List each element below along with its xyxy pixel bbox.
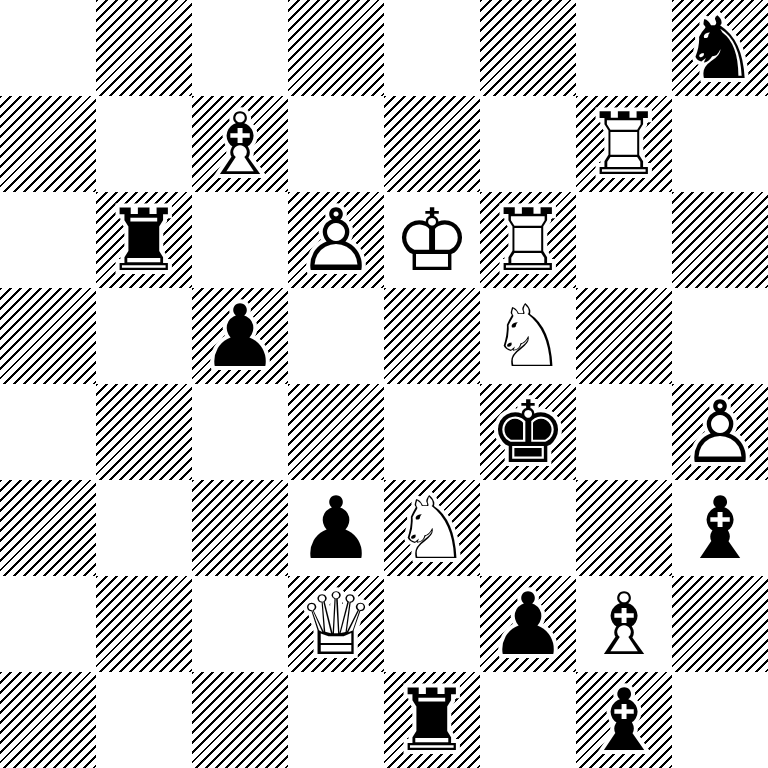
square-c2[interactable] bbox=[192, 576, 288, 672]
piece-white-rook: ♖ bbox=[576, 96, 672, 192]
square-e2[interactable] bbox=[384, 576, 480, 672]
square-d4[interactable] bbox=[288, 384, 384, 480]
square-a5[interactable] bbox=[0, 288, 96, 384]
square-a7[interactable] bbox=[0, 96, 96, 192]
piece-white-pawn: ♙ bbox=[288, 192, 384, 288]
square-a4[interactable] bbox=[0, 384, 96, 480]
square-b6[interactable]: ♜♜ bbox=[96, 192, 192, 288]
piece-black-pawn: ♟ bbox=[288, 480, 384, 576]
square-h8[interactable]: ♞♞ bbox=[672, 0, 768, 96]
piece-halo: ♞ bbox=[384, 480, 480, 576]
square-e8[interactable] bbox=[384, 0, 480, 96]
square-d8[interactable] bbox=[288, 0, 384, 96]
piece-halo: ♝ bbox=[576, 672, 672, 768]
square-h3[interactable]: ♝♝ bbox=[672, 480, 768, 576]
square-g6[interactable] bbox=[576, 192, 672, 288]
square-d1[interactable] bbox=[288, 672, 384, 768]
piece-halo: ♝ bbox=[672, 480, 768, 576]
square-f3[interactable] bbox=[480, 480, 576, 576]
square-e5[interactable] bbox=[384, 288, 480, 384]
square-b3[interactable] bbox=[96, 480, 192, 576]
square-b4[interactable] bbox=[96, 384, 192, 480]
square-e1[interactable]: ♜♜ bbox=[384, 672, 480, 768]
piece-black-pawn: ♟ bbox=[192, 288, 288, 384]
square-e6[interactable]: ♚♔ bbox=[384, 192, 480, 288]
piece-halo: ♝ bbox=[576, 576, 672, 672]
square-c6[interactable] bbox=[192, 192, 288, 288]
piece-white-bishop: ♗ bbox=[576, 576, 672, 672]
square-c8[interactable] bbox=[192, 0, 288, 96]
piece-halo: ♜ bbox=[480, 192, 576, 288]
piece-black-king: ♚ bbox=[480, 384, 576, 480]
square-f6[interactable]: ♜♖ bbox=[480, 192, 576, 288]
square-h5[interactable] bbox=[672, 288, 768, 384]
square-f2[interactable]: ♟♟ bbox=[480, 576, 576, 672]
square-g5[interactable] bbox=[576, 288, 672, 384]
piece-white-bishop: ♗ bbox=[192, 96, 288, 192]
square-a3[interactable] bbox=[0, 480, 96, 576]
square-h6[interactable] bbox=[672, 192, 768, 288]
square-c7[interactable]: ♝♗ bbox=[192, 96, 288, 192]
square-g3[interactable] bbox=[576, 480, 672, 576]
piece-white-queen: ♕ bbox=[288, 576, 384, 672]
chess-board: ♞♞♝♗♜♖♜♜♟♙♚♔♜♖♟♟♞♘♚♚♟♙♟♟♞♘♝♝♛♕♟♟♝♗♜♜♝♝ bbox=[0, 0, 768, 768]
piece-white-knight: ♘ bbox=[384, 480, 480, 576]
square-e3[interactable]: ♞♘ bbox=[384, 480, 480, 576]
square-e7[interactable] bbox=[384, 96, 480, 192]
square-h4[interactable]: ♟♙ bbox=[672, 384, 768, 480]
piece-halo: ♜ bbox=[576, 96, 672, 192]
piece-halo: ♝ bbox=[192, 96, 288, 192]
piece-black-bishop: ♝ bbox=[672, 480, 768, 576]
square-g8[interactable] bbox=[576, 0, 672, 96]
piece-black-bishop: ♝ bbox=[576, 672, 672, 768]
square-d6[interactable]: ♟♙ bbox=[288, 192, 384, 288]
square-b2[interactable] bbox=[96, 576, 192, 672]
piece-halo: ♚ bbox=[480, 384, 576, 480]
piece-white-rook: ♖ bbox=[480, 192, 576, 288]
piece-halo: ♜ bbox=[384, 672, 480, 768]
square-d2[interactable]: ♛♕ bbox=[288, 576, 384, 672]
square-a2[interactable] bbox=[0, 576, 96, 672]
piece-halo: ♟ bbox=[192, 288, 288, 384]
square-f7[interactable] bbox=[480, 96, 576, 192]
piece-black-knight: ♞ bbox=[672, 0, 768, 96]
piece-white-pawn: ♙ bbox=[672, 384, 768, 480]
square-c5[interactable]: ♟♟ bbox=[192, 288, 288, 384]
square-h1[interactable] bbox=[672, 672, 768, 768]
square-a1[interactable] bbox=[0, 672, 96, 768]
square-a6[interactable] bbox=[0, 192, 96, 288]
square-a8[interactable] bbox=[0, 0, 96, 96]
square-b7[interactable] bbox=[96, 96, 192, 192]
square-h2[interactable] bbox=[672, 576, 768, 672]
square-h7[interactable] bbox=[672, 96, 768, 192]
square-b8[interactable] bbox=[96, 0, 192, 96]
square-d5[interactable] bbox=[288, 288, 384, 384]
square-f4[interactable]: ♚♚ bbox=[480, 384, 576, 480]
square-g2[interactable]: ♝♗ bbox=[576, 576, 672, 672]
piece-halo: ♚ bbox=[384, 192, 480, 288]
square-c4[interactable] bbox=[192, 384, 288, 480]
square-c1[interactable] bbox=[192, 672, 288, 768]
square-f1[interactable] bbox=[480, 672, 576, 768]
piece-halo: ♜ bbox=[96, 192, 192, 288]
square-b1[interactable] bbox=[96, 672, 192, 768]
square-g1[interactable]: ♝♝ bbox=[576, 672, 672, 768]
piece-black-rook: ♜ bbox=[384, 672, 480, 768]
square-b5[interactable] bbox=[96, 288, 192, 384]
piece-halo: ♞ bbox=[480, 288, 576, 384]
piece-halo: ♟ bbox=[672, 384, 768, 480]
piece-halo: ♛ bbox=[288, 576, 384, 672]
square-g7[interactable]: ♜♖ bbox=[576, 96, 672, 192]
piece-halo: ♞ bbox=[672, 0, 768, 96]
piece-halo: ♟ bbox=[288, 192, 384, 288]
square-f8[interactable] bbox=[480, 0, 576, 96]
square-d3[interactable]: ♟♟ bbox=[288, 480, 384, 576]
piece-halo: ♟ bbox=[480, 576, 576, 672]
square-e4[interactable] bbox=[384, 384, 480, 480]
piece-white-king: ♔ bbox=[384, 192, 480, 288]
piece-black-pawn: ♟ bbox=[480, 576, 576, 672]
piece-halo: ♟ bbox=[288, 480, 384, 576]
square-f5[interactable]: ♞♘ bbox=[480, 288, 576, 384]
square-d7[interactable] bbox=[288, 96, 384, 192]
piece-black-rook: ♜ bbox=[96, 192, 192, 288]
square-c3[interactable] bbox=[192, 480, 288, 576]
square-g4[interactable] bbox=[576, 384, 672, 480]
piece-white-knight: ♘ bbox=[480, 288, 576, 384]
